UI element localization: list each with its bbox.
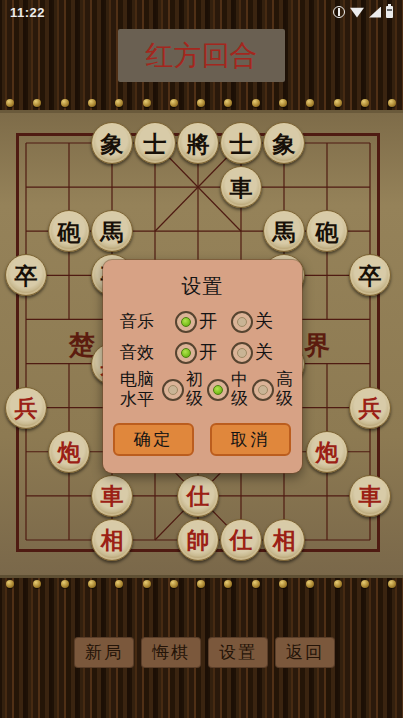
piece-red-炮-r7c7[interactable]: 炮 [306, 431, 348, 473]
stud-icon [115, 580, 123, 588]
piece-black-馬-r2c6[interactable]: 馬 [263, 210, 305, 252]
signal-icon [369, 7, 381, 18]
music-label: 音乐 [120, 312, 166, 332]
piece-black-將-r0c4[interactable]: 將 [177, 122, 219, 164]
piece-red-帥-r9c4[interactable]: 帥 [177, 519, 219, 561]
music-off-label: 关 [255, 312, 273, 332]
stud-icon [197, 99, 205, 107]
undo-move-button[interactable]: 悔棋 [141, 637, 201, 668]
stud-icon [279, 580, 287, 588]
new-game-button[interactable]: 新局 [74, 637, 134, 668]
stud-icon [306, 580, 314, 588]
stud-icon [361, 580, 369, 588]
back-button[interactable]: 返回 [275, 637, 335, 668]
status-icons [333, 6, 393, 18]
confirm-button[interactable]: 确定 [113, 423, 194, 456]
piece-black-砲-r2c7[interactable]: 砲 [306, 210, 348, 252]
settings-dialog: 设置 音乐 开 关 音效 开 关 电脑水平 初级 中级 [103, 260, 302, 473]
piece-red-炮-r7c1[interactable]: 炮 [48, 431, 90, 473]
stud-icon [224, 580, 232, 588]
stud-icon [388, 99, 396, 107]
piece-red-相-r9c6[interactable]: 相 [263, 519, 305, 561]
settings-button[interactable]: 设置 [208, 637, 268, 668]
bottom-button-bar: 新局 悔棋 设置 返回 [74, 637, 335, 668]
battery-icon [386, 6, 393, 18]
stud-icon [306, 99, 314, 107]
radio-music-on[interactable] [175, 311, 197, 333]
piece-black-車-r1c5[interactable]: 車 [220, 166, 262, 208]
piece-black-士-r0c5[interactable]: 士 [220, 122, 262, 164]
radio-sound-on[interactable] [175, 342, 197, 364]
status-bar: 11:22 [0, 0, 403, 24]
piece-black-馬-r2c2[interactable]: 馬 [91, 210, 133, 252]
stud-icon [334, 580, 342, 588]
radio-level-intermediate[interactable] [207, 379, 229, 401]
stud-icon [224, 99, 232, 107]
stud-icon [170, 99, 178, 107]
radio-sound-off[interactable] [231, 342, 253, 364]
stud-icon [61, 99, 69, 107]
stud-icon [6, 580, 14, 588]
piece-red-兵-r6c0[interactable]: 兵 [5, 387, 47, 429]
piece-black-象-r0c6[interactable]: 象 [263, 122, 305, 164]
piece-red-仕-r9c5[interactable]: 仕 [220, 519, 262, 561]
cancel-button[interactable]: 取消 [210, 423, 291, 456]
stud-icon [33, 99, 41, 107]
piece-black-象-r0c2[interactable]: 象 [91, 122, 133, 164]
stud-icon [334, 99, 342, 107]
piece-black-士-r0c3[interactable]: 士 [134, 122, 176, 164]
level-label: 电脑水平 [120, 370, 156, 409]
piece-red-相-r9c2[interactable]: 相 [91, 519, 133, 561]
stud-icon [143, 580, 151, 588]
stud-icon [88, 580, 96, 588]
stud-icon [252, 99, 260, 107]
stud-icon [6, 99, 14, 107]
vibrate-icon [333, 6, 345, 18]
wifi-icon [350, 7, 364, 18]
level-beginner-label: 初级 [186, 371, 205, 408]
stud-icon [197, 580, 205, 588]
clock: 11:22 [10, 5, 45, 20]
stud-icon [88, 99, 96, 107]
stud-icon [361, 99, 369, 107]
level-advanced-label: 高级 [276, 371, 295, 408]
sound-on-label: 开 [199, 343, 217, 363]
stud-icon [388, 580, 396, 588]
piece-red-車-r8c8[interactable]: 車 [349, 475, 391, 517]
level-intermediate-label: 中级 [231, 371, 250, 408]
stud-icon [279, 99, 287, 107]
stud-icon [143, 99, 151, 107]
level-setting-row: 电脑水平 初级 中级 高级 [120, 370, 302, 409]
stud-icon [33, 580, 41, 588]
turn-banner: 红方回合 [118, 29, 285, 82]
stud-icon [252, 580, 260, 588]
radio-level-beginner[interactable] [162, 379, 184, 401]
music-on-label: 开 [199, 312, 217, 332]
music-setting-row: 音乐 开 关 [120, 311, 302, 333]
piece-red-兵-r6c8[interactable]: 兵 [349, 387, 391, 429]
piece-red-車-r8c2[interactable]: 車 [91, 475, 133, 517]
radio-level-advanced[interactable] [252, 379, 274, 401]
stud-icon [61, 580, 69, 588]
sound-off-label: 关 [255, 343, 273, 363]
piece-red-仕-r8c4[interactable]: 仕 [177, 475, 219, 517]
dialog-title: 设置 [103, 273, 302, 300]
stud-icon [115, 99, 123, 107]
piece-black-砲-r2c1[interactable]: 砲 [48, 210, 90, 252]
sound-setting-row: 音效 开 关 [120, 342, 302, 364]
stud-icon [170, 580, 178, 588]
radio-music-off[interactable] [231, 311, 253, 333]
sound-label: 音效 [120, 343, 166, 363]
